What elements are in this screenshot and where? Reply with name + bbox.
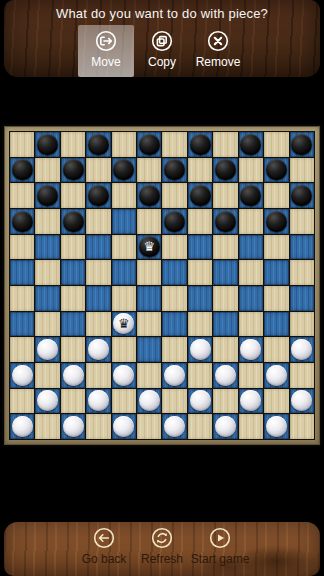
remove-label: Remove — [196, 55, 241, 69]
square-r2c6[interactable] — [162, 183, 186, 208]
square-r2c2[interactable] — [61, 183, 85, 208]
square-r4c8[interactable] — [213, 235, 237, 260]
square-r10c10[interactable] — [264, 389, 288, 414]
black-man[interactable] — [240, 134, 261, 155]
square-r6c2[interactable] — [61, 286, 85, 311]
board-grid: ♛♛ — [9, 131, 315, 440]
square-r8c2[interactable] — [61, 337, 85, 362]
square-r9c9[interactable] — [239, 363, 263, 388]
refresh-label: Refresh — [141, 552, 183, 566]
square-r3c5[interactable] — [137, 209, 161, 234]
square-r2c0[interactable] — [10, 183, 34, 208]
square-r8c7[interactable] — [188, 337, 212, 362]
square-r6c4[interactable] — [112, 286, 136, 311]
square-r8c3[interactable] — [86, 337, 110, 362]
square-r5c5[interactable] — [137, 260, 161, 285]
square-r3c11[interactable] — [290, 209, 314, 234]
square-r8c8[interactable] — [213, 337, 237, 362]
remove-button[interactable]: Remove — [190, 25, 246, 77]
white-man[interactable] — [215, 365, 236, 386]
black-man[interactable] — [12, 159, 33, 180]
square-r9c7[interactable] — [188, 363, 212, 388]
square-r6c1[interactable] — [35, 286, 59, 311]
square-r10c6[interactable] — [162, 389, 186, 414]
square-r11c0[interactable] — [10, 414, 34, 439]
square-r4c3[interactable] — [86, 235, 110, 260]
square-r5c1[interactable] — [35, 260, 59, 285]
square-r1c4[interactable] — [112, 158, 136, 183]
black-man[interactable] — [37, 134, 58, 155]
white-man[interactable] — [37, 390, 58, 411]
square-r2c5[interactable] — [137, 183, 161, 208]
square-r1c3[interactable] — [86, 158, 110, 183]
square-r2c4[interactable] — [112, 183, 136, 208]
go-back-button[interactable]: Go back — [75, 522, 133, 576]
white-man[interactable] — [240, 339, 261, 360]
white-man[interactable] — [164, 416, 185, 437]
square-r9c3[interactable] — [86, 363, 110, 388]
square-r0c6[interactable] — [162, 132, 186, 157]
black-man[interactable] — [63, 159, 84, 180]
black-man[interactable] — [164, 159, 185, 180]
square-r2c1[interactable] — [35, 183, 59, 208]
square-r8c11[interactable] — [290, 337, 314, 362]
square-r7c10[interactable] — [264, 312, 288, 337]
square-r5c11[interactable] — [290, 260, 314, 285]
square-r8c6[interactable] — [162, 337, 186, 362]
square-r2c8[interactable] — [213, 183, 237, 208]
checkers-board: ♛♛ — [2, 124, 322, 447]
white-man[interactable] — [88, 339, 109, 360]
square-r11c2[interactable] — [61, 414, 85, 439]
black-man[interactable] — [139, 185, 160, 206]
square-r7c2[interactable] — [61, 312, 85, 337]
black-man[interactable] — [139, 134, 160, 155]
square-r6c9[interactable] — [239, 286, 263, 311]
white-man[interactable] — [291, 339, 312, 360]
square-r7c3[interactable] — [86, 312, 110, 337]
square-r0c8[interactable] — [213, 132, 237, 157]
square-r7c7[interactable] — [188, 312, 212, 337]
square-r7c6[interactable] — [162, 312, 186, 337]
black-man[interactable] — [266, 211, 287, 232]
square-r10c7[interactable] — [188, 389, 212, 414]
square-r9c11[interactable] — [290, 363, 314, 388]
black-man[interactable] — [240, 185, 261, 206]
square-r10c11[interactable] — [290, 389, 314, 414]
square-r9c2[interactable] — [61, 363, 85, 388]
square-r7c11[interactable] — [290, 312, 314, 337]
start-game-label: Start game — [191, 552, 250, 566]
square-r4c5[interactable]: ♛ — [137, 235, 161, 260]
black-man[interactable] — [88, 134, 109, 155]
square-r4c2[interactable] — [61, 235, 85, 260]
square-r1c2[interactable] — [61, 158, 85, 183]
square-r4c0[interactable] — [10, 235, 34, 260]
square-r5c3[interactable] — [86, 260, 110, 285]
square-r8c0[interactable] — [10, 337, 34, 362]
black-man[interactable] — [266, 159, 287, 180]
square-r11c11[interactable] — [290, 414, 314, 439]
square-r10c2[interactable] — [61, 389, 85, 414]
white-man[interactable] — [12, 365, 33, 386]
remove-icon — [207, 30, 229, 52]
square-r1c11[interactable] — [290, 158, 314, 183]
square-r0c2[interactable] — [61, 132, 85, 157]
square-r6c8[interactable] — [213, 286, 237, 311]
square-r5c7[interactable] — [188, 260, 212, 285]
square-r3c4[interactable] — [112, 209, 136, 234]
square-r10c5[interactable] — [137, 389, 161, 414]
refresh-button[interactable]: Refresh — [133, 522, 191, 576]
square-r5c4[interactable] — [112, 260, 136, 285]
start-game-button[interactable]: Start game — [191, 522, 249, 576]
black-man[interactable] — [12, 211, 33, 232]
square-r11c10[interactable] — [264, 414, 288, 439]
square-r4c6[interactable] — [162, 235, 186, 260]
white-man[interactable] — [12, 416, 33, 437]
white-man[interactable] — [113, 365, 134, 386]
copy-button[interactable]: Copy — [134, 25, 190, 77]
square-r4c11[interactable] — [290, 235, 314, 260]
square-r3c0[interactable] — [10, 209, 34, 234]
copy-label: Copy — [148, 55, 176, 69]
white-king[interactable]: ♛ — [113, 313, 134, 334]
white-man[interactable] — [190, 390, 211, 411]
square-r4c7[interactable] — [188, 235, 212, 260]
square-r5c6[interactable] — [162, 260, 186, 285]
play-icon — [209, 527, 231, 549]
square-r9c10[interactable] — [264, 363, 288, 388]
black-man[interactable] — [190, 185, 211, 206]
king-crown-icon: ♛ — [139, 236, 160, 257]
square-r10c1[interactable] — [35, 389, 59, 414]
square-r11c6[interactable] — [162, 414, 186, 439]
square-r11c3[interactable] — [86, 414, 110, 439]
square-r1c0[interactable] — [10, 158, 34, 183]
square-r9c4[interactable] — [112, 363, 136, 388]
square-r0c10[interactable] — [264, 132, 288, 157]
square-r6c10[interactable] — [264, 286, 288, 311]
square-r9c8[interactable] — [213, 363, 237, 388]
square-r3c7[interactable] — [188, 209, 212, 234]
square-r0c11[interactable] — [290, 132, 314, 157]
square-r3c9[interactable] — [239, 209, 263, 234]
black-king[interactable]: ♛ — [139, 236, 160, 257]
square-r8c9[interactable] — [239, 337, 263, 362]
square-r8c4[interactable] — [112, 337, 136, 362]
square-r10c4[interactable] — [112, 389, 136, 414]
white-man[interactable] — [139, 390, 160, 411]
dialog-action-row: Move Copy — [4, 25, 320, 77]
black-man[interactable] — [215, 159, 236, 180]
square-r6c6[interactable] — [162, 286, 186, 311]
square-r2c9[interactable] — [239, 183, 263, 208]
square-r5c8[interactable] — [213, 260, 237, 285]
square-r2c10[interactable] — [264, 183, 288, 208]
square-r6c7[interactable] — [188, 286, 212, 311]
black-man[interactable] — [291, 134, 312, 155]
white-man[interactable] — [240, 390, 261, 411]
square-r0c0[interactable] — [10, 132, 34, 157]
square-r1c8[interactable] — [213, 158, 237, 183]
square-r1c6[interactable] — [162, 158, 186, 183]
square-r7c9[interactable] — [239, 312, 263, 337]
square-r6c11[interactable] — [290, 286, 314, 311]
move-button[interactable]: Move — [78, 25, 134, 77]
square-r2c3[interactable] — [86, 183, 110, 208]
square-r1c1[interactable] — [35, 158, 59, 183]
square-r0c7[interactable] — [188, 132, 212, 157]
square-r8c1[interactable] — [35, 337, 59, 362]
square-r4c1[interactable] — [35, 235, 59, 260]
square-r5c2[interactable] — [61, 260, 85, 285]
square-r11c8[interactable] — [213, 414, 237, 439]
black-man[interactable] — [37, 185, 58, 206]
square-r11c9[interactable] — [239, 414, 263, 439]
square-r7c5[interactable] — [137, 312, 161, 337]
square-r10c0[interactable] — [10, 389, 34, 414]
move-icon — [95, 30, 117, 52]
white-man[interactable] — [63, 416, 84, 437]
square-r1c10[interactable] — [264, 158, 288, 183]
square-r7c4[interactable]: ♛ — [112, 312, 136, 337]
square-r5c10[interactable] — [264, 260, 288, 285]
black-man[interactable] — [190, 134, 211, 155]
square-r10c9[interactable] — [239, 389, 263, 414]
square-r5c9[interactable] — [239, 260, 263, 285]
square-r0c9[interactable] — [239, 132, 263, 157]
app-screen: What do you want to do with piece? Move — [0, 0, 324, 576]
white-man[interactable] — [291, 390, 312, 411]
square-r6c5[interactable] — [137, 286, 161, 311]
white-man[interactable] — [215, 416, 236, 437]
white-man[interactable] — [190, 339, 211, 360]
square-r4c10[interactable] — [264, 235, 288, 260]
square-r8c10[interactable] — [264, 337, 288, 362]
move-label: Move — [91, 55, 120, 69]
square-r7c8[interactable] — [213, 312, 237, 337]
square-r4c4[interactable] — [112, 235, 136, 260]
black-man[interactable] — [215, 211, 236, 232]
square-r3c2[interactable] — [61, 209, 85, 234]
square-r6c0[interactable] — [10, 286, 34, 311]
square-r2c7[interactable] — [188, 183, 212, 208]
black-man[interactable] — [88, 185, 109, 206]
square-r8c5[interactable] — [137, 337, 161, 362]
square-r9c1[interactable] — [35, 363, 59, 388]
square-r11c4[interactable] — [112, 414, 136, 439]
white-man[interactable] — [113, 416, 134, 437]
square-r11c1[interactable] — [35, 414, 59, 439]
square-r11c5[interactable] — [137, 414, 161, 439]
black-man[interactable] — [113, 159, 134, 180]
bottom-nav-bar: Go back Refresh Start gam — [4, 522, 320, 576]
square-r11c7[interactable] — [188, 414, 212, 439]
square-r3c8[interactable] — [213, 209, 237, 234]
black-man[interactable] — [291, 185, 312, 206]
square-r1c5[interactable] — [137, 158, 161, 183]
square-r3c3[interactable] — [86, 209, 110, 234]
square-r9c5[interactable] — [137, 363, 161, 388]
square-r1c9[interactable] — [239, 158, 263, 183]
square-r4c9[interactable] — [239, 235, 263, 260]
square-r0c3[interactable] — [86, 132, 110, 157]
black-man[interactable] — [164, 211, 185, 232]
square-r9c6[interactable] — [162, 363, 186, 388]
square-r10c8[interactable] — [213, 389, 237, 414]
king-crown-icon: ♛ — [113, 313, 134, 334]
square-r9c0[interactable] — [10, 363, 34, 388]
piece-action-dialog: What do you want to do with piece? Move — [4, 0, 320, 77]
black-man[interactable] — [63, 211, 84, 232]
white-man[interactable] — [37, 339, 58, 360]
white-man[interactable] — [88, 390, 109, 411]
white-man[interactable] — [63, 365, 84, 386]
refresh-icon — [151, 527, 173, 549]
dialog-title: What do you want to do with piece? — [4, 6, 320, 21]
square-r1c7[interactable] — [188, 158, 212, 183]
square-r6c3[interactable] — [86, 286, 110, 311]
white-man[interactable] — [266, 416, 287, 437]
go-back-label: Go back — [82, 552, 127, 566]
square-r5c0[interactable] — [10, 260, 34, 285]
white-man[interactable] — [164, 365, 185, 386]
square-r10c3[interactable] — [86, 389, 110, 414]
square-r0c1[interactable] — [35, 132, 59, 157]
square-r0c4[interactable] — [112, 132, 136, 157]
copy-icon — [151, 30, 173, 52]
square-r3c10[interactable] — [264, 209, 288, 234]
square-r7c0[interactable] — [10, 312, 34, 337]
square-r3c1[interactable] — [35, 209, 59, 234]
square-r2c11[interactable] — [290, 183, 314, 208]
square-r0c5[interactable] — [137, 132, 161, 157]
back-icon — [93, 527, 115, 549]
white-man[interactable] — [266, 365, 287, 386]
square-r7c1[interactable] — [35, 312, 59, 337]
square-r3c6[interactable] — [162, 209, 186, 234]
